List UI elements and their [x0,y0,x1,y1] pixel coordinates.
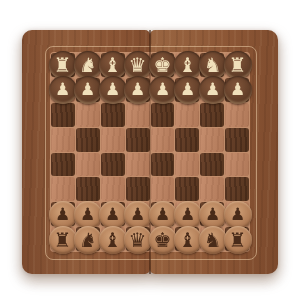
square-c4[interactable] [101,153,125,177]
piece-b8-black-knight[interactable]: ♞ [74,51,102,79]
square-f4[interactable] [175,153,199,177]
square-h5[interactable] [225,128,249,152]
black-pawn-glyph: ♟ [155,81,170,98]
square-c6[interactable] [101,103,125,127]
piece-e2-white-pawn[interactable]: ♟ [149,201,177,229]
white-pawn-glyph: ♟ [105,206,120,223]
white-knight-glyph: ♞ [204,229,222,249]
square-e5[interactable] [151,128,175,152]
piece-c7-black-pawn[interactable]: ♟ [99,76,127,104]
square-b4[interactable] [76,153,100,177]
piece-b1-white-knight[interactable]: ♞ [74,226,102,254]
square-b3[interactable] [76,177,100,201]
white-pawn-glyph: ♟ [155,206,170,223]
piece-f7-black-pawn[interactable]: ♟ [174,76,202,104]
piece-h2-white-pawn[interactable]: ♟ [224,201,252,229]
piece-h1-white-rook[interactable]: ♜ [224,226,252,254]
white-bishop-glyph: ♝ [179,229,197,249]
black-knight-glyph: ♞ [204,54,222,74]
white-rook-glyph: ♜ [229,229,247,249]
white-pawn-glyph: ♟ [205,206,220,223]
piece-e7-black-pawn[interactable]: ♟ [149,76,177,104]
black-king-glyph: ♚ [154,54,172,74]
black-bishop-glyph: ♝ [104,54,122,74]
piece-c8-black-bishop[interactable]: ♝ [99,51,127,79]
chessboard: ♜♞♝♛♚♝♞♜♟♟♟♟♟♟♟♟♟♟♟♟♟♟♟♟♜♞♝♛♚♝♞♜ [22,30,278,274]
black-knight-glyph: ♞ [79,54,97,74]
square-h6[interactable] [225,103,249,127]
black-pawn-glyph: ♟ [180,81,195,98]
piece-f2-white-pawn[interactable]: ♟ [174,201,202,229]
square-h3[interactable] [225,177,249,201]
square-a3[interactable] [51,177,75,201]
piece-g7-black-pawn[interactable]: ♟ [199,76,227,104]
black-pawn-glyph: ♟ [205,81,220,98]
square-c3[interactable] [101,177,125,201]
square-e3[interactable] [151,177,175,201]
piece-a2-white-pawn[interactable]: ♟ [49,201,77,229]
white-knight-glyph: ♞ [79,229,97,249]
piece-d7-black-pawn[interactable]: ♟ [124,76,152,104]
piece-d2-white-pawn[interactable]: ♟ [124,201,152,229]
white-pawn-glyph: ♟ [130,206,145,223]
black-pawn-glyph: ♟ [105,81,120,98]
white-pawn-glyph: ♟ [55,206,70,223]
piece-g1-white-knight[interactable]: ♞ [199,226,227,254]
black-pawn-glyph: ♟ [130,81,145,98]
square-d5[interactable] [126,128,150,152]
square-f5[interactable] [175,128,199,152]
square-c5[interactable] [101,128,125,152]
piece-g8-black-knight[interactable]: ♞ [199,51,227,79]
white-pawn-glyph: ♟ [180,206,195,223]
black-rook-glyph: ♜ [229,54,247,74]
piece-f1-white-bishop[interactable]: ♝ [174,226,202,254]
piece-f8-black-bishop[interactable]: ♝ [174,51,202,79]
square-a6[interactable] [51,103,75,127]
white-king-glyph: ♚ [154,229,172,249]
white-queen-glyph: ♛ [129,229,147,249]
piece-c1-white-bishop[interactable]: ♝ [99,226,127,254]
square-d6[interactable] [126,103,150,127]
product-photo: ♜♞♝♛♚♝♞♜♟♟♟♟♟♟♟♟♟♟♟♟♟♟♟♟♜♞♝♛♚♝♞♜ [0,0,300,300]
square-b5[interactable] [76,128,100,152]
black-rook-glyph: ♜ [54,54,72,74]
square-e6[interactable] [151,103,175,127]
white-rook-glyph: ♜ [54,229,72,249]
square-g4[interactable] [200,153,224,177]
square-g5[interactable] [200,128,224,152]
square-f6[interactable] [175,103,199,127]
square-g3[interactable] [200,177,224,201]
square-f3[interactable] [175,177,199,201]
black-queen-glyph: ♛ [129,54,147,74]
piece-c2-white-pawn[interactable]: ♟ [99,201,127,229]
white-pawn-glyph: ♟ [80,206,95,223]
black-bishop-glyph: ♝ [179,54,197,74]
piece-a1-white-rook[interactable]: ♜ [49,226,77,254]
square-d3[interactable] [126,177,150,201]
black-pawn-glyph: ♟ [80,81,95,98]
piece-e8-black-king[interactable]: ♚ [149,51,177,79]
black-pawn-glyph: ♟ [55,81,70,98]
square-h4[interactable] [225,153,249,177]
piece-a8-black-rook[interactable]: ♜ [49,51,77,79]
piece-e1-white-king[interactable]: ♚ [149,226,177,254]
piece-h8-black-rook[interactable]: ♜ [224,51,252,79]
square-d4[interactable] [126,153,150,177]
square-g6[interactable] [200,103,224,127]
square-e4[interactable] [151,153,175,177]
piece-a7-black-pawn[interactable]: ♟ [49,76,77,104]
piece-h7-black-pawn[interactable]: ♟ [224,76,252,104]
piece-b7-black-pawn[interactable]: ♟ [74,76,102,104]
square-a5[interactable] [51,128,75,152]
piece-d1-white-queen[interactable]: ♛ [124,226,152,254]
square-b6[interactable] [76,103,100,127]
square-a4[interactable] [51,153,75,177]
piece-d8-black-queen[interactable]: ♛ [124,51,152,79]
piece-b2-white-pawn[interactable]: ♟ [74,201,102,229]
white-pawn-glyph: ♟ [230,206,245,223]
black-pawn-glyph: ♟ [230,81,245,98]
white-bishop-glyph: ♝ [104,229,122,249]
piece-g2-white-pawn[interactable]: ♟ [199,201,227,229]
